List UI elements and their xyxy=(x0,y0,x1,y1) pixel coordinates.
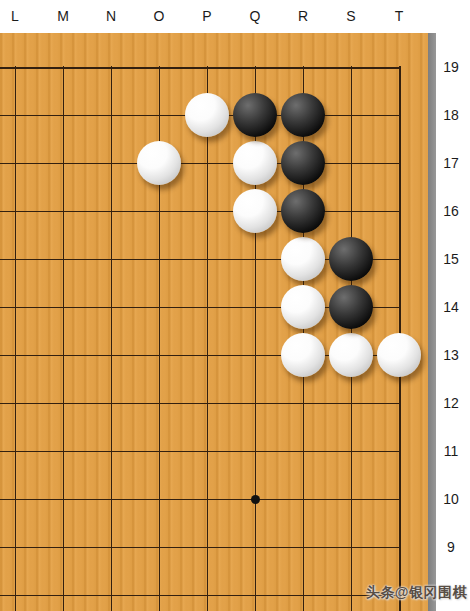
grid-line-horizontal xyxy=(0,211,401,212)
row-label: 12 xyxy=(437,392,465,414)
black-stone[interactable] xyxy=(233,93,277,137)
grid-line-horizontal xyxy=(0,547,401,548)
white-stone[interactable] xyxy=(329,333,373,377)
white-stone[interactable] xyxy=(281,237,325,281)
black-stone[interactable] xyxy=(281,141,325,185)
grid-line-vertical xyxy=(111,66,112,611)
white-stone[interactable] xyxy=(137,141,181,185)
column-label: M xyxy=(50,5,76,27)
column-label: R xyxy=(290,5,316,27)
row-label: 17 xyxy=(437,152,465,174)
grid-line-vertical xyxy=(207,66,208,611)
white-stone[interactable] xyxy=(233,141,277,185)
black-stone[interactable] xyxy=(281,93,325,137)
grid-line-vertical xyxy=(63,66,64,611)
board-edge-shadow xyxy=(428,33,436,611)
row-label: 11 xyxy=(437,440,465,462)
row-label: 19 xyxy=(437,56,465,78)
column-label: P xyxy=(194,5,220,27)
grid-line-horizontal xyxy=(0,595,401,596)
white-stone[interactable] xyxy=(281,285,325,329)
column-label: S xyxy=(338,5,364,27)
go-board: LMNOPQRST191817161514131211109 头条@银冈围棋 xyxy=(0,0,470,611)
row-label: 13 xyxy=(437,344,465,366)
black-stone[interactable] xyxy=(329,285,373,329)
row-label: 10 xyxy=(437,488,465,510)
grid-line-vertical xyxy=(15,66,16,611)
black-stone[interactable] xyxy=(281,189,325,233)
row-label: 16 xyxy=(437,200,465,222)
grid-line-horizontal xyxy=(0,451,401,452)
column-label: T xyxy=(386,5,412,27)
grid-line-horizontal xyxy=(0,499,401,500)
grid-line-horizontal xyxy=(0,67,401,69)
grid-line-horizontal xyxy=(0,403,401,404)
white-stone[interactable] xyxy=(377,333,421,377)
black-stone[interactable] xyxy=(329,237,373,281)
column-label: O xyxy=(146,5,172,27)
star-point xyxy=(251,495,260,504)
white-stone[interactable] xyxy=(281,333,325,377)
row-label: 15 xyxy=(437,248,465,270)
column-label: Q xyxy=(242,5,268,27)
grid-line-horizontal xyxy=(0,163,401,164)
white-stone[interactable] xyxy=(185,93,229,137)
row-label: 18 xyxy=(437,104,465,126)
row-label: 9 xyxy=(437,536,465,558)
column-label: L xyxy=(2,5,28,27)
watermark-text: 头条@银冈围棋 xyxy=(366,584,467,602)
row-label: 14 xyxy=(437,296,465,318)
white-stone[interactable] xyxy=(233,189,277,233)
column-label: N xyxy=(98,5,124,27)
